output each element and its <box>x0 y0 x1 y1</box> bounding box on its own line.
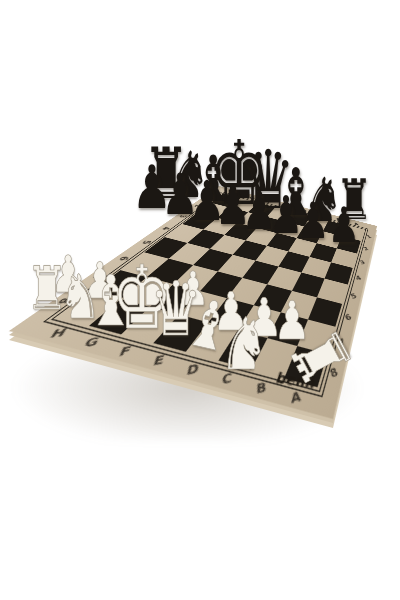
chess-set-photo: HGFEDCBA HGFEDCBA 12345678 12345678 bemi… <box>0 0 400 600</box>
black-pawn: ♟ <box>328 201 361 250</box>
white-knight: ♞ <box>219 308 269 380</box>
black-pawn: ♟ <box>296 196 329 246</box>
pieces-layer: ♞♜♝♟♚♛♟♝♜♟♞♟♟♟♟♟♟♟♟♜♞♝♟♚♟♛♟♜♝♞ <box>0 0 400 600</box>
